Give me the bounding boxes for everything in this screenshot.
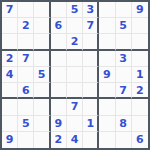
sudoku-cell[interactable] [18,132,34,148]
given-digit: 7 [71,101,79,112]
sudoku-cell[interactable]: 3 [83,2,99,18]
given-digit: 6 [54,20,62,31]
sudoku-cell[interactable] [34,116,50,132]
given-digit: 7 [86,20,94,31]
sudoku-cell[interactable] [99,18,115,34]
sudoku-cell[interactable] [116,2,132,18]
sudoku-cell[interactable] [116,34,132,50]
sudoku-cell[interactable]: 4 [67,132,83,148]
given-digit: 2 [54,134,62,145]
sudoku-cell[interactable]: 9 [51,116,67,132]
sudoku-cell[interactable] [18,2,34,18]
sudoku-cell[interactable] [34,2,50,18]
sudoku-cell[interactable] [116,67,132,83]
sudoku-cell[interactable]: 2 [2,51,18,67]
given-digit: 9 [6,134,14,145]
sudoku-cell[interactable] [83,67,99,83]
sudoku-cell[interactable] [67,67,83,83]
sudoku-cell[interactable] [34,132,50,148]
sudoku-cell[interactable] [116,99,132,115]
sudoku-cell[interactable] [83,34,99,50]
sudoku-cell[interactable] [18,34,34,50]
sudoku-cell[interactable]: 2 [132,83,148,99]
sudoku-cell[interactable] [51,2,67,18]
sudoku-cell[interactable]: 3 [116,51,132,67]
sudoku-cell[interactable]: 9 [99,67,115,83]
sudoku-cell[interactable]: 7 [67,99,83,115]
sudoku-cell[interactable]: 1 [132,67,148,83]
given-digit: 1 [86,118,94,129]
sudoku-board: 7539267522734591672759189246 [0,0,150,150]
sudoku-cell[interactable] [18,67,34,83]
sudoku-cell[interactable]: 1 [83,116,99,132]
given-digit: 1 [136,69,144,80]
given-digit: 5 [71,4,79,15]
sudoku-cell[interactable] [51,83,67,99]
sudoku-cell[interactable]: 7 [83,18,99,34]
sudoku-cell[interactable]: 7 [18,51,34,67]
sudoku-cell[interactable] [116,132,132,148]
sudoku-cell[interactable] [99,132,115,148]
sudoku-cell[interactable] [99,51,115,67]
sudoku-cell[interactable] [132,116,148,132]
given-digit: 2 [22,20,30,31]
sudoku-cell[interactable]: 5 [67,2,83,18]
sudoku-cell[interactable] [83,51,99,67]
sudoku-cell[interactable]: 2 [67,34,83,50]
sudoku-cell[interactable] [2,83,18,99]
given-digit: 5 [22,118,30,129]
sudoku-cell[interactable] [67,51,83,67]
given-digit: 2 [6,53,14,64]
given-digit: 6 [22,85,30,96]
given-digit: 4 [6,69,14,80]
sudoku-cell[interactable] [34,83,50,99]
sudoku-cell[interactable] [34,51,50,67]
sudoku-cell[interactable]: 8 [116,116,132,132]
sudoku-cell[interactable] [2,18,18,34]
given-digit: 8 [119,118,127,129]
sudoku-cell[interactable] [132,18,148,34]
sudoku-cell[interactable] [51,99,67,115]
given-digit: 2 [136,85,144,96]
sudoku-cell[interactable] [99,99,115,115]
sudoku-cell[interactable] [99,34,115,50]
sudoku-cell[interactable] [83,132,99,148]
sudoku-cell[interactable]: 5 [18,116,34,132]
sudoku-cell[interactable] [99,83,115,99]
given-digit: 7 [119,85,127,96]
sudoku-cell[interactable] [99,116,115,132]
sudoku-cell[interactable]: 2 [51,132,67,148]
given-digit: 5 [119,20,127,31]
sudoku-cell[interactable] [67,18,83,34]
given-digit: 9 [103,69,111,80]
sudoku-cell[interactable] [132,51,148,67]
given-digit: 9 [54,118,62,129]
sudoku-cell[interactable] [132,34,148,50]
sudoku-cell[interactable]: 7 [2,2,18,18]
sudoku-cell[interactable]: 7 [116,83,132,99]
sudoku-cell[interactable]: 5 [116,18,132,34]
sudoku-cell[interactable] [2,34,18,50]
given-digit: 9 [136,4,144,15]
sudoku-cell[interactable] [83,99,99,115]
sudoku-cell[interactable]: 6 [51,18,67,34]
sudoku-cell[interactable]: 6 [132,132,148,148]
sudoku-cell[interactable] [34,99,50,115]
given-digit: 7 [6,4,14,15]
given-digit: 6 [136,134,144,145]
sudoku-cell[interactable] [132,99,148,115]
sudoku-cell[interactable]: 4 [2,67,18,83]
sudoku-cell[interactable] [34,34,50,50]
sudoku-cell[interactable] [83,83,99,99]
sudoku-cell[interactable] [34,18,50,34]
given-digit: 3 [119,53,127,64]
sudoku-cell[interactable] [51,34,67,50]
sudoku-cell[interactable]: 5 [34,67,50,83]
given-digit: 2 [71,36,79,47]
given-digit: 5 [38,69,46,80]
given-digit: 4 [71,134,79,145]
sudoku-cell[interactable] [67,83,83,99]
sudoku-cell[interactable]: 9 [132,2,148,18]
sudoku-cell[interactable]: 9 [2,132,18,148]
sudoku-cell[interactable] [18,99,34,115]
sudoku-cell[interactable] [2,116,18,132]
sudoku-cell[interactable] [51,67,67,83]
sudoku-cell[interactable] [2,99,18,115]
given-digit: 7 [22,53,30,64]
sudoku-cell[interactable] [51,51,67,67]
sudoku-cell[interactable]: 2 [18,18,34,34]
given-digit: 3 [86,4,94,15]
sudoku-cell[interactable]: 6 [18,83,34,99]
sudoku-cell[interactable] [99,2,115,18]
sudoku-cell[interactable] [67,116,83,132]
